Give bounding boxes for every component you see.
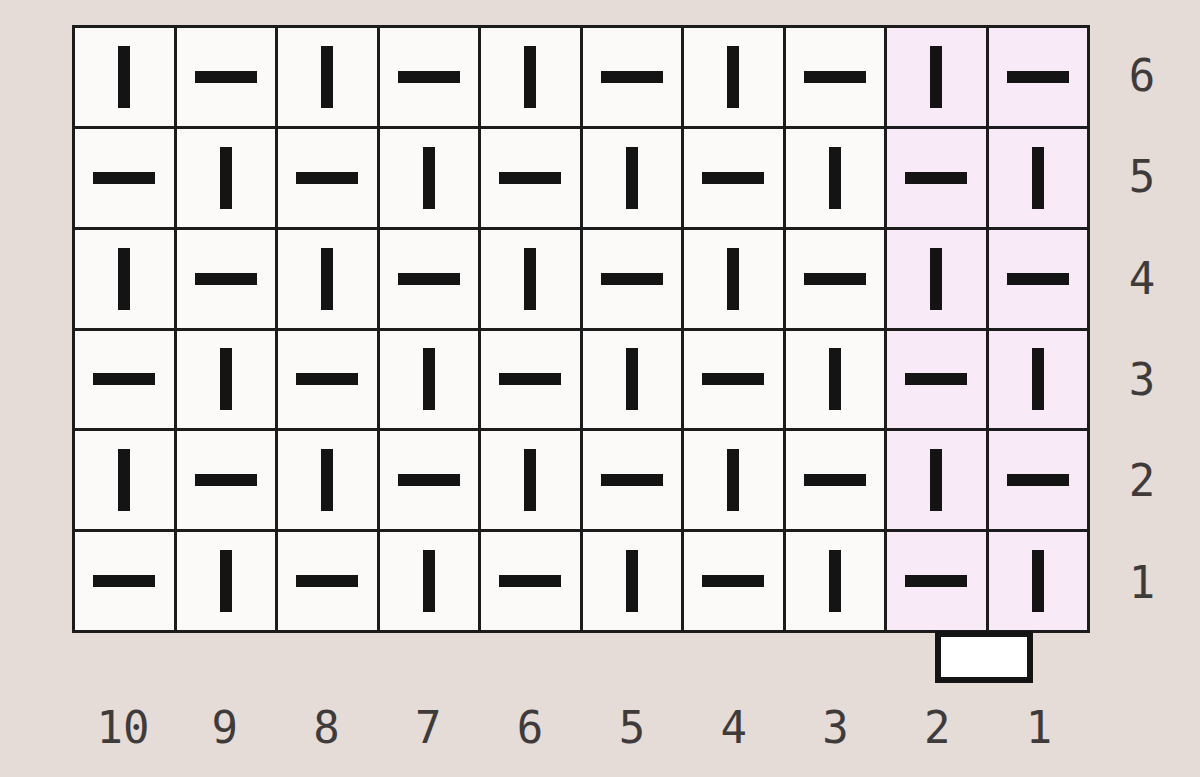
row-label-2: 2 [1096, 430, 1188, 531]
chart-cell-r4-s7 [380, 230, 479, 328]
chart-cell-r1-s8 [278, 532, 377, 630]
chart-cell-r4-s1 [989, 230, 1088, 328]
purl-stitch-icon [804, 273, 866, 285]
knitting-chart-grid [72, 25, 1090, 633]
chart-cell-r1-s1 [989, 532, 1088, 630]
stitch-label-2: 2 [886, 700, 988, 754]
chart-cell-r1-s10 [75, 532, 174, 630]
stitch-label-8: 8 [276, 700, 378, 754]
knit-stitch-icon [321, 449, 333, 511]
row-label-5: 5 [1096, 126, 1188, 227]
knit-stitch-icon [524, 449, 536, 511]
purl-stitch-icon [804, 474, 866, 486]
chart-cell-r3-s4 [684, 331, 783, 429]
chart-cell-r4-s10 [75, 230, 174, 328]
chart-cell-r3-s8 [278, 331, 377, 429]
purl-stitch-icon [93, 172, 155, 184]
knit-stitch-icon [118, 449, 130, 511]
chart-cell-r1-s3 [786, 532, 885, 630]
chart-cell-r1-s5 [583, 532, 682, 630]
chart-cell-r6-s4 [684, 28, 783, 126]
knit-stitch-icon [727, 248, 739, 310]
purl-stitch-icon [499, 172, 561, 184]
knit-stitch-icon [220, 348, 232, 410]
chart-cell-r4-s3 [786, 230, 885, 328]
knit-stitch-icon [1032, 550, 1044, 612]
knit-stitch-icon [1032, 348, 1044, 410]
knit-stitch-icon [220, 550, 232, 612]
knit-stitch-icon [524, 46, 536, 108]
knit-stitch-icon [727, 449, 739, 511]
chart-cell-r2-s5 [583, 431, 682, 529]
chart-cell-r4-s4 [684, 230, 783, 328]
chart-cell-r6-s7 [380, 28, 479, 126]
chart-cell-r6-s10 [75, 28, 174, 126]
knit-stitch-icon [220, 147, 232, 209]
chart-cell-r2-s7 [380, 431, 479, 529]
chart-cell-r5-s5 [583, 129, 682, 227]
knit-stitch-icon [118, 46, 130, 108]
purl-stitch-icon [296, 373, 358, 385]
chart-cell-r6-s2 [887, 28, 986, 126]
chart-cell-r3-s9 [177, 331, 276, 429]
stitch-label-9: 9 [174, 700, 276, 754]
chart-cell-r6-s8 [278, 28, 377, 126]
knit-stitch-icon [321, 248, 333, 310]
purl-stitch-icon [1007, 273, 1069, 285]
chart-cell-r4-s8 [278, 230, 377, 328]
knit-stitch-icon [727, 46, 739, 108]
purl-stitch-icon [195, 71, 257, 83]
knit-stitch-icon [524, 248, 536, 310]
purl-stitch-icon [93, 575, 155, 587]
chart-cell-r6-s3 [786, 28, 885, 126]
chart-cell-r1-s7 [380, 532, 479, 630]
knit-stitch-icon [423, 147, 435, 209]
chart-cell-r2-s4 [684, 431, 783, 529]
chart-cell-r5-s4 [684, 129, 783, 227]
knit-stitch-icon [1032, 147, 1044, 209]
knit-stitch-icon [930, 46, 942, 108]
purl-stitch-icon [296, 172, 358, 184]
purl-stitch-icon [601, 71, 663, 83]
chart-cell-r4-s2 [887, 230, 986, 328]
chart-cell-r5-s1 [989, 129, 1088, 227]
chart-cell-r4-s9 [177, 230, 276, 328]
knit-stitch-icon [626, 550, 638, 612]
chart-cell-r3-s3 [786, 331, 885, 429]
knit-stitch-icon [930, 248, 942, 310]
knit-stitch-icon [829, 550, 841, 612]
chart-cell-r2-s1 [989, 431, 1088, 529]
row-number-labels: 654321 [1096, 25, 1188, 633]
chart-cell-r1-s6 [481, 532, 580, 630]
purl-stitch-icon [398, 273, 460, 285]
chart-cell-r2-s8 [278, 431, 377, 529]
row-label-3: 3 [1096, 329, 1188, 430]
stitch-label-3: 3 [785, 700, 887, 754]
purl-stitch-icon [195, 273, 257, 285]
purl-stitch-icon [1007, 474, 1069, 486]
chart-cell-r3-s5 [583, 331, 682, 429]
row-label-4: 4 [1096, 228, 1188, 329]
knit-stitch-icon [321, 46, 333, 108]
chart-cell-r3-s2 [887, 331, 986, 429]
stitch-label-5: 5 [581, 700, 683, 754]
purl-stitch-icon [93, 373, 155, 385]
purl-stitch-icon [601, 273, 663, 285]
purl-stitch-icon [601, 474, 663, 486]
chart-cell-r2-s3 [786, 431, 885, 529]
chart-cell-r5-s7 [380, 129, 479, 227]
knit-stitch-icon [423, 348, 435, 410]
stitch-number-labels: 10987654321 [72, 700, 1090, 754]
chart-cell-r4-s6 [481, 230, 580, 328]
chart-cell-r1-s4 [684, 532, 783, 630]
purl-stitch-icon [1007, 71, 1069, 83]
purl-stitch-icon [499, 373, 561, 385]
row-label-6: 6 [1096, 25, 1188, 126]
chart-cell-r5-s10 [75, 129, 174, 227]
chart-cell-r1-s2 [887, 532, 986, 630]
knit-stitch-icon [829, 147, 841, 209]
chart-cell-r2-s10 [75, 431, 174, 529]
knit-stitch-icon [930, 449, 942, 511]
chart-cell-r1-s9 [177, 532, 276, 630]
purl-stitch-icon [398, 71, 460, 83]
stitch-label-10: 10 [72, 700, 174, 754]
knit-stitch-icon [423, 550, 435, 612]
purl-stitch-icon [398, 474, 460, 486]
stitch-label-7: 7 [377, 700, 479, 754]
chart-cell-r2-s9 [177, 431, 276, 529]
knit-stitch-icon [118, 248, 130, 310]
chart-cell-r6-s1 [989, 28, 1088, 126]
purl-stitch-icon [905, 575, 967, 587]
chart-cell-r3-s10 [75, 331, 174, 429]
purl-stitch-icon [195, 474, 257, 486]
chart-cell-r6-s6 [481, 28, 580, 126]
chart-cell-r4-s5 [583, 230, 682, 328]
chart-cell-r3-s7 [380, 331, 479, 429]
chart-cell-r3-s1 [989, 331, 1088, 429]
chart-cell-r2-s6 [481, 431, 580, 529]
row-label-1: 1 [1096, 532, 1188, 633]
knit-stitch-icon [829, 348, 841, 410]
knitting-chart-page: 654321 10987654321 [0, 0, 1200, 777]
chart-cell-r5-s8 [278, 129, 377, 227]
purl-stitch-icon [905, 172, 967, 184]
purl-stitch-icon [499, 575, 561, 587]
knit-stitch-icon [626, 147, 638, 209]
chart-cell-r6-s9 [177, 28, 276, 126]
knit-stitch-icon [626, 348, 638, 410]
purl-stitch-icon [702, 172, 764, 184]
chart-cell-r3-s6 [481, 331, 580, 429]
purl-stitch-icon [905, 373, 967, 385]
purl-stitch-icon [702, 575, 764, 587]
stitch-label-4: 4 [683, 700, 785, 754]
purl-stitch-icon [296, 575, 358, 587]
chart-cell-r2-s2 [887, 431, 986, 529]
stitch-label-6: 6 [479, 700, 581, 754]
chart-cell-r5-s9 [177, 129, 276, 227]
chart-cell-r5-s6 [481, 129, 580, 227]
stitch-label-1: 1 [988, 700, 1090, 754]
repeat-marker [935, 631, 1033, 683]
chart-cell-r5-s3 [786, 129, 885, 227]
chart-cell-r5-s2 [887, 129, 986, 227]
purl-stitch-icon [804, 71, 866, 83]
purl-stitch-icon [702, 373, 764, 385]
chart-cell-r6-s5 [583, 28, 682, 126]
